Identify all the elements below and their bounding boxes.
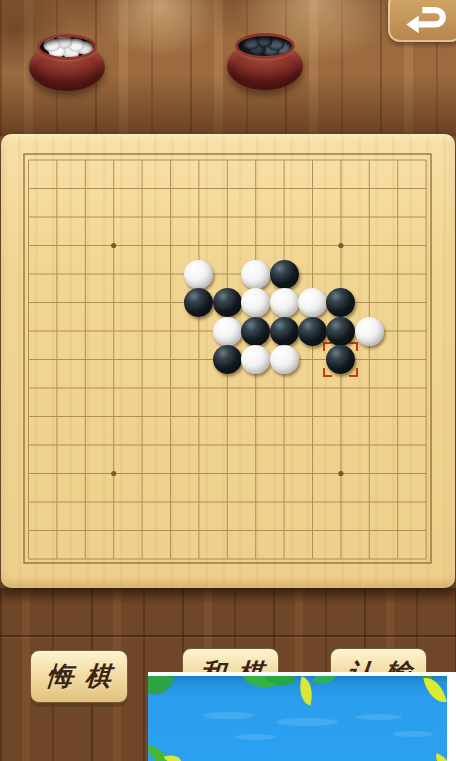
leaf-icon <box>423 676 446 706</box>
undo-button[interactable]: 悔棋 <box>30 650 128 703</box>
stone-black <box>326 317 355 346</box>
last-move-marker <box>323 342 358 377</box>
stone-black <box>326 345 355 374</box>
stone-white <box>270 288 299 317</box>
cloud-streak <box>356 714 402 720</box>
undo-button-label: 悔棋 <box>46 659 124 694</box>
plank-seam <box>0 635 456 637</box>
cloud-streak <box>393 731 433 737</box>
stone-black <box>184 288 213 317</box>
stone-white <box>184 260 213 289</box>
black-stone-bowl <box>227 33 305 91</box>
white-stone-bowl <box>29 34 107 92</box>
stone-white <box>241 345 270 374</box>
stone-white <box>213 317 242 346</box>
stone-white <box>355 317 384 346</box>
cloud-streak <box>203 712 255 719</box>
stones-layer <box>1 134 455 588</box>
stone-black <box>326 288 355 317</box>
stone-white <box>270 345 299 374</box>
stone-black <box>270 260 299 289</box>
stone-black <box>241 317 270 346</box>
cloud-streak <box>234 734 276 740</box>
game-screen: 悔棋 和棋 认输 <box>0 0 456 761</box>
black-stones-in-bowl <box>235 33 295 59</box>
leaf-icon <box>164 752 182 761</box>
leaf-icon <box>312 676 336 690</box>
return-arrow-icon <box>403 4 447 36</box>
cloud-streak <box>276 718 338 726</box>
stone-white <box>241 260 270 289</box>
stone-white <box>298 288 327 317</box>
leaf-icon <box>432 753 447 761</box>
game-board[interactable] <box>1 134 455 588</box>
leaf-icon <box>148 676 175 702</box>
white-stones-in-bowl <box>37 34 97 60</box>
back-button[interactable] <box>388 0 456 42</box>
stone-white <box>241 288 270 317</box>
stone-black <box>213 345 242 374</box>
stone-black <box>270 317 299 346</box>
ad-banner-content[interactable] <box>148 676 447 761</box>
stone-black <box>213 288 242 317</box>
stone-black <box>298 317 327 346</box>
ad-banner[interactable] <box>148 672 456 761</box>
